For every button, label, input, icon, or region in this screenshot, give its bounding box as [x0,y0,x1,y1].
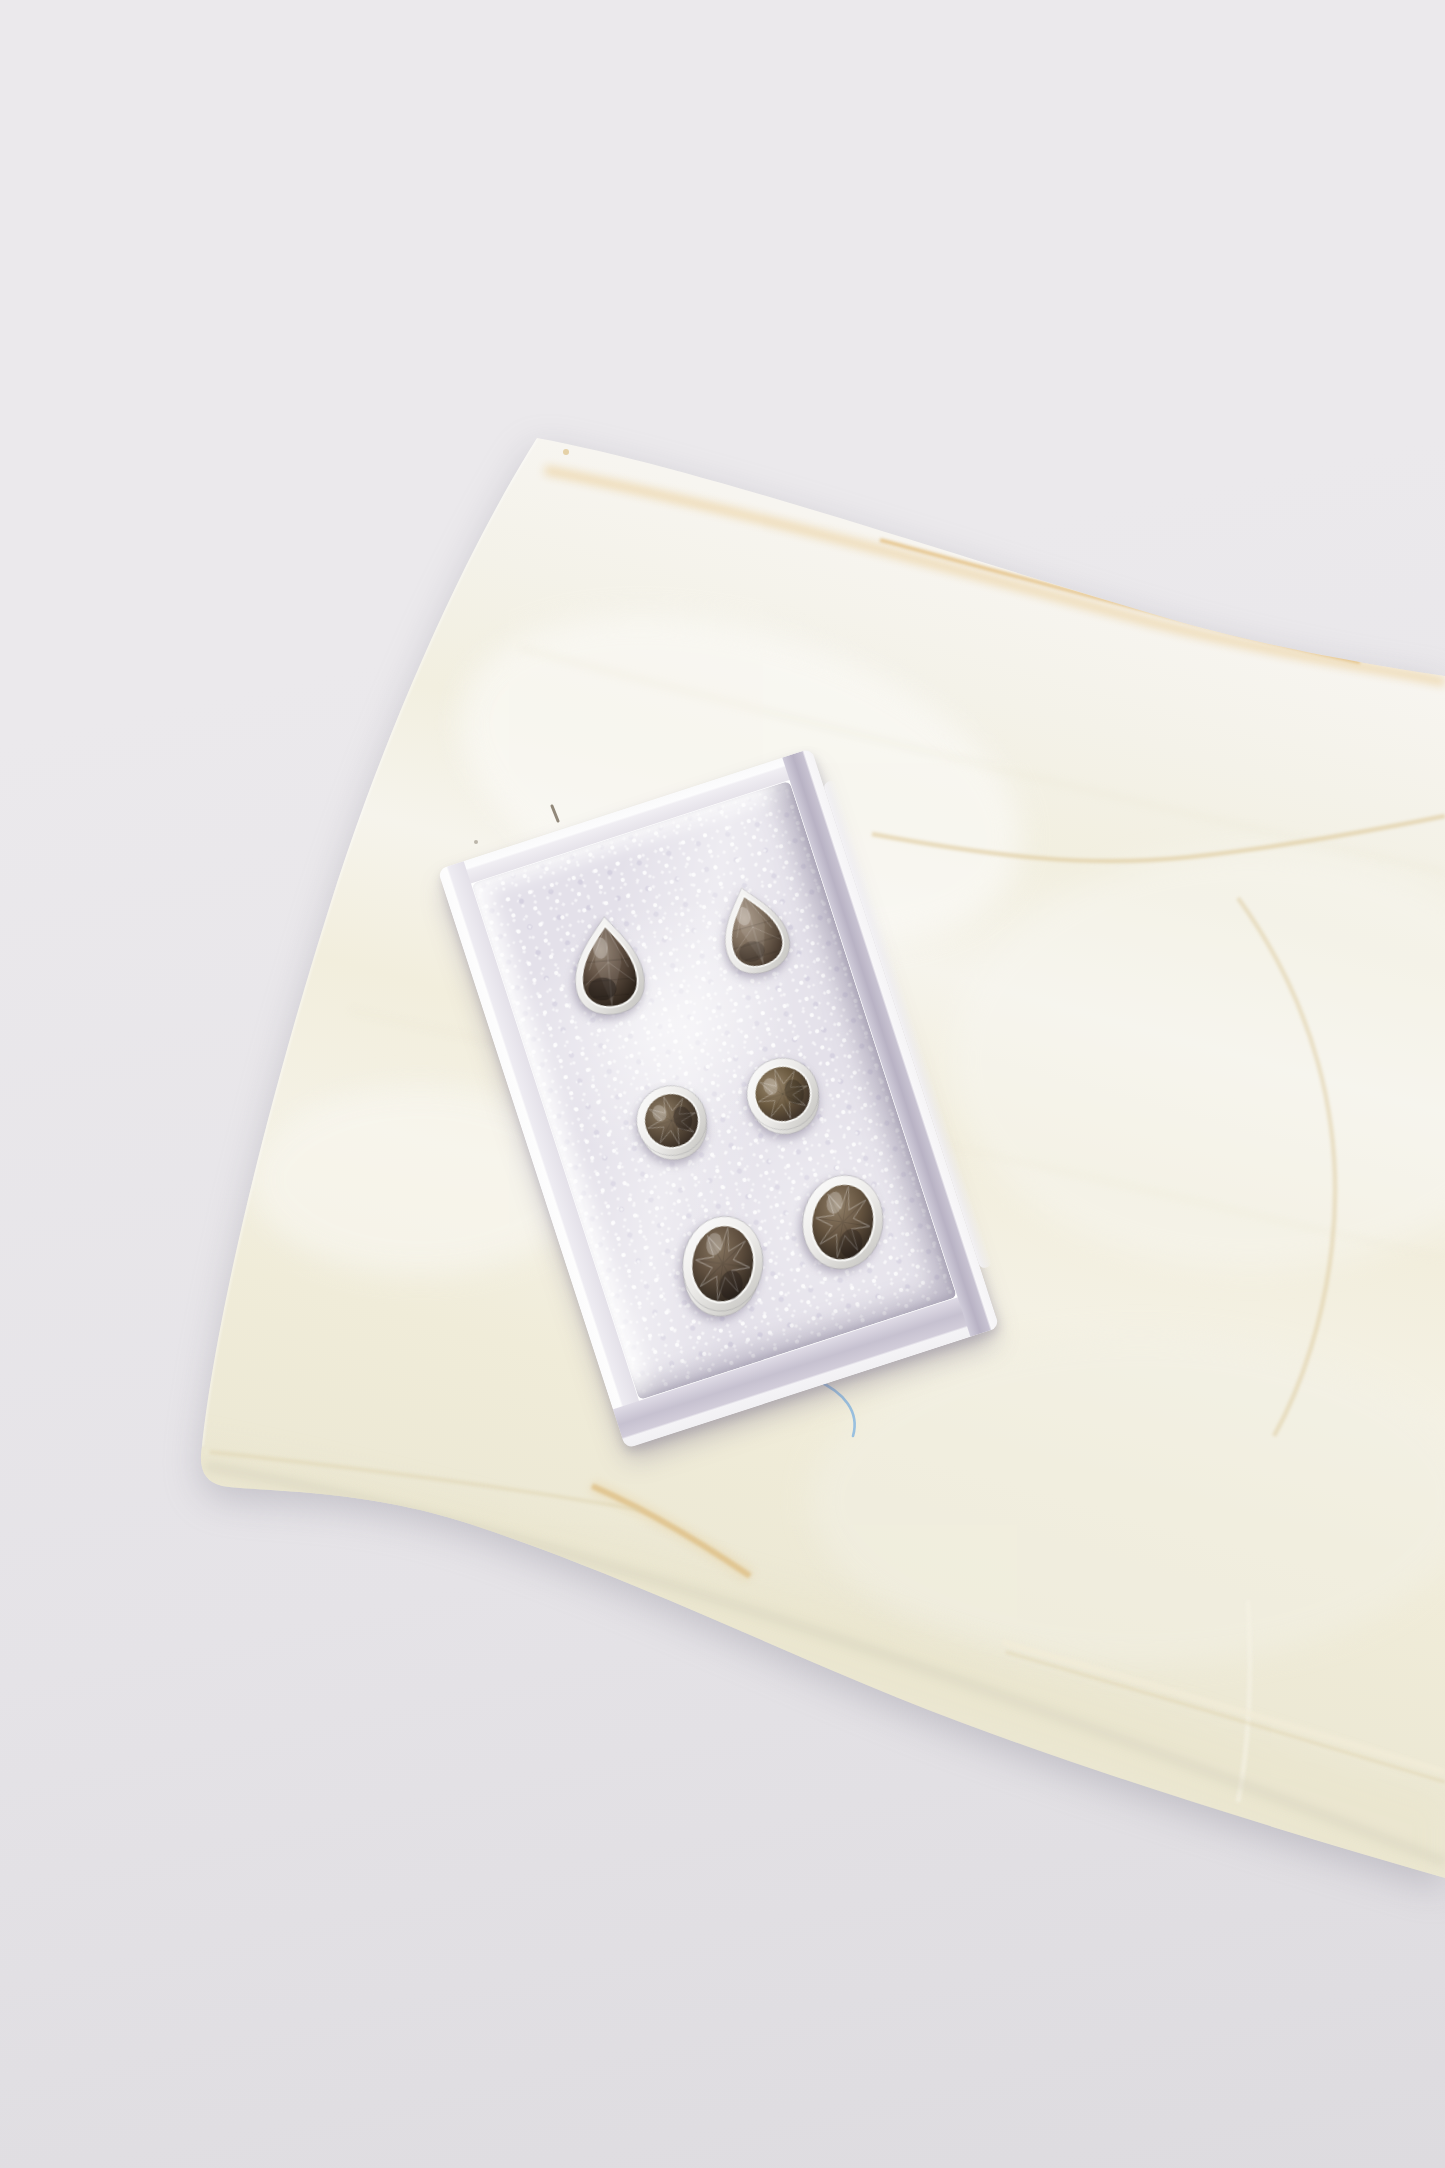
gem-stud-pear-left [563,908,654,1023]
gem-stud-oval-left [672,1207,772,1320]
round-stone-svg [734,1045,832,1143]
pear-stone-svg [704,873,804,986]
gem-stud-oval-right [791,1165,893,1278]
photo-scene [0,0,1445,2168]
oval-stone-svg [672,1207,772,1320]
gem-stud-pear-right [704,873,804,986]
pear-stone-svg [563,908,654,1023]
oval-stone-svg [791,1165,893,1278]
gem-stud-round-right [734,1045,832,1143]
round-stone-svg [624,1073,720,1169]
gem-stud-round-left [624,1073,720,1169]
